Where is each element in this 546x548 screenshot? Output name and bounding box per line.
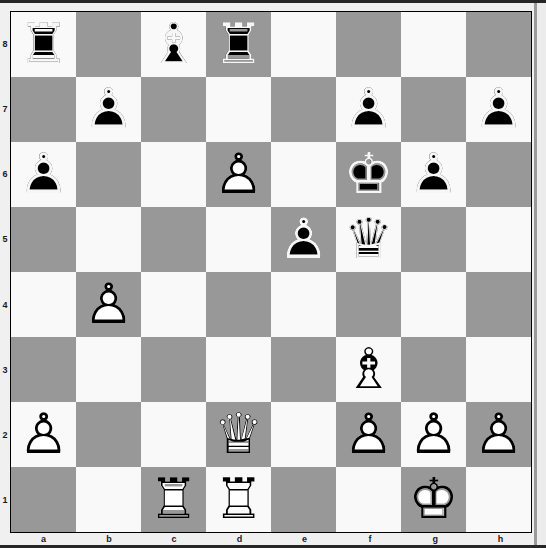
square-d2[interactable]: ♛♕ [206,402,271,467]
square-a7[interactable] [11,77,76,142]
piece-outline-glyph: ♔ [401,467,466,532]
piece-white-P-d6: ♟♙ [206,142,271,207]
piece-outline-glyph: ♙ [76,77,141,142]
piece-black-R-a8: ♜♖ [11,12,76,77]
square-c7[interactable] [141,77,206,142]
piece-white-P-g2: ♟♙ [401,402,466,467]
square-g7[interactable] [401,77,466,142]
piece-black-P-h7: ♟♙ [466,77,531,142]
piece-outline-glyph: ♗ [336,337,401,402]
square-h7[interactable]: ♟♙ [466,77,531,142]
rank-label-1: 1 [0,468,10,533]
chess-diagram-window: 87654321 ♜♖♝♗♜♖♟♙♟♙♟♙♟♙♟♙♚♔♟♙♟♙♛♕♟♙♝♗♟♙♛… [0,0,546,548]
square-b7[interactable]: ♟♙ [76,77,141,142]
file-label-d: d [207,533,272,545]
piece-outline-glyph: ♙ [466,77,531,142]
piece-outline-glyph: ♙ [466,402,531,467]
rank-label-3: 3 [0,337,10,402]
square-b4[interactable]: ♟♙ [76,272,141,337]
square-c4[interactable] [141,272,206,337]
square-e7[interactable] [271,77,336,142]
square-g6[interactable]: ♟♙ [401,142,466,207]
file-label-g: g [403,533,468,545]
piece-outline-glyph: ♙ [76,272,141,337]
square-f4[interactable] [336,272,401,337]
square-a5[interactable] [11,207,76,272]
piece-white-B-f3: ♝♗ [336,337,401,402]
square-c1[interactable]: ♜♖ [141,467,206,532]
piece-outline-glyph: ♖ [141,467,206,532]
square-d1[interactable]: ♜♖ [206,467,271,532]
piece-outline-glyph: ♗ [141,12,206,77]
file-label-e: e [272,533,337,545]
piece-black-P-e5: ♟♙ [271,207,336,272]
piece-white-P-b4: ♟♙ [76,272,141,337]
square-g2[interactable]: ♟♙ [401,402,466,467]
rank-label-7: 7 [0,76,10,141]
square-e5[interactable]: ♟♙ [271,207,336,272]
piece-outline-glyph: ♙ [401,402,466,467]
file-label-h: h [468,533,533,545]
square-h2[interactable]: ♟♙ [466,402,531,467]
file-label-c: c [142,533,207,545]
piece-outline-glyph: ♙ [271,207,336,272]
rank-labels: 87654321 [0,11,10,533]
square-h1[interactable] [466,467,531,532]
square-f1[interactable] [336,467,401,532]
piece-outline-glyph: ♙ [401,142,466,207]
square-b8[interactable] [76,12,141,77]
square-b6[interactable] [76,142,141,207]
square-c5[interactable] [141,207,206,272]
rank-label-2: 2 [0,403,10,468]
square-e2[interactable] [271,402,336,467]
square-h5[interactable] [466,207,531,272]
piece-white-Q-d2: ♛♕ [206,402,271,467]
square-a2[interactable]: ♟♙ [11,402,76,467]
piece-outline-glyph: ♔ [336,142,401,207]
chess-board: ♜♖♝♗♜♖♟♙♟♙♟♙♟♙♟♙♚♔♟♙♟♙♛♕♟♙♝♗♟♙♛♕♟♙♟♙♟♙♜♖… [10,11,532,533]
piece-outline-glyph: ♙ [11,142,76,207]
square-f7[interactable]: ♟♙ [336,77,401,142]
window-right-border [534,3,537,545]
square-b5[interactable] [76,207,141,272]
piece-white-K-g1: ♚♔ [401,467,466,532]
square-d8[interactable]: ♜♖ [206,12,271,77]
square-h3[interactable] [466,337,531,402]
rank-label-8: 8 [0,11,10,76]
square-e4[interactable] [271,272,336,337]
file-label-f: f [337,533,402,545]
piece-outline-glyph: ♖ [206,467,271,532]
square-a1[interactable] [11,467,76,532]
square-e6[interactable] [271,142,336,207]
square-d4[interactable] [206,272,271,337]
square-h4[interactable] [466,272,531,337]
window-top-border [0,0,546,3]
window-right-margin [537,3,546,545]
square-a8[interactable]: ♜♖ [11,12,76,77]
square-a4[interactable] [11,272,76,337]
square-h6[interactable] [466,142,531,207]
square-d6[interactable]: ♟♙ [206,142,271,207]
square-g5[interactable] [401,207,466,272]
square-b2[interactable] [76,402,141,467]
square-f8[interactable] [336,12,401,77]
square-c8[interactable]: ♝♗ [141,12,206,77]
piece-white-P-a2: ♟♙ [11,402,76,467]
square-d3[interactable] [206,337,271,402]
piece-outline-glyph: ♕ [336,207,401,272]
square-f3[interactable]: ♝♗ [336,337,401,402]
file-label-a: a [11,533,76,545]
square-g3[interactable] [401,337,466,402]
rank-label-6: 6 [0,142,10,207]
file-label-b: b [76,533,141,545]
piece-white-R-d1: ♜♖ [206,467,271,532]
piece-outline-glyph: ♖ [11,12,76,77]
square-c6[interactable] [141,142,206,207]
square-b1[interactable] [76,467,141,532]
square-d5[interactable] [206,207,271,272]
piece-outline-glyph: ♙ [336,77,401,142]
piece-black-B-c8: ♝♗ [141,12,206,77]
piece-black-P-b7: ♟♙ [76,77,141,142]
square-c3[interactable] [141,337,206,402]
piece-black-P-g6: ♟♙ [401,142,466,207]
square-d7[interactable] [206,77,271,142]
square-f2[interactable]: ♟♙ [336,402,401,467]
piece-black-K-f6: ♚♔ [336,142,401,207]
square-g4[interactable] [401,272,466,337]
piece-black-R-d8: ♜♖ [206,12,271,77]
piece-white-P-h2: ♟♙ [466,402,531,467]
square-e3[interactable] [271,337,336,402]
piece-outline-glyph: ♙ [11,402,76,467]
piece-white-P-f2: ♟♙ [336,402,401,467]
square-e8[interactable] [271,12,336,77]
piece-outline-glyph: ♙ [336,402,401,467]
piece-black-P-a6: ♟♙ [11,142,76,207]
piece-white-R-c1: ♜♖ [141,467,206,532]
square-a3[interactable] [11,337,76,402]
piece-outline-glyph: ♖ [206,12,271,77]
square-f6[interactable]: ♚♔ [336,142,401,207]
rank-label-5: 5 [0,207,10,272]
piece-outline-glyph: ♙ [206,142,271,207]
rank-label-4: 4 [0,272,10,337]
file-labels: abcdefgh [11,533,533,545]
square-e1[interactable] [271,467,336,532]
square-g8[interactable] [401,12,466,77]
piece-black-Q-f5: ♛♕ [336,207,401,272]
square-g1[interactable]: ♚♔ [401,467,466,532]
piece-black-P-f7: ♟♙ [336,77,401,142]
square-c2[interactable] [141,402,206,467]
square-h8[interactable] [466,12,531,77]
square-b3[interactable] [76,337,141,402]
square-a6[interactable]: ♟♙ [11,142,76,207]
square-f5[interactable]: ♛♕ [336,207,401,272]
piece-outline-glyph: ♕ [206,402,271,467]
